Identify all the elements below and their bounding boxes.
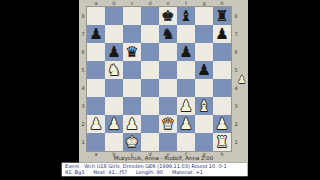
black-queen: ♛ [125,43,138,61]
square-g2[interactable] [195,115,213,133]
board-panel: abcdefgh 87654321 87654321 ♚♝♜♟♞♟♟♛♟♞♟♟♝… [79,0,248,176]
square-a1[interactable] [87,133,105,151]
square-a6[interactable] [87,43,105,61]
last-move-text: 41. Bg3 [65,170,84,176]
black-pawn: ♟ [197,61,210,79]
square-c7[interactable] [123,25,141,43]
chess-board[interactable]: ♚♝♜♟♞♟♟♛♟♞♟♟♝♟♟♟♛♟♟♚♜ [87,7,231,151]
square-a2[interactable]: ♟ [87,115,105,133]
square-e2[interactable]: ♛ [159,115,177,133]
rank-label-1: 1 [233,133,239,151]
square-g6[interactable] [195,43,213,61]
square-g5[interactable]: ♟ [195,61,213,79]
black-pawn: ♟ [215,25,228,43]
square-c2[interactable]: ♟ [123,115,141,133]
square-e5[interactable] [159,61,177,79]
square-a3[interactable] [87,97,105,115]
left-letterbox-bar [0,0,79,180]
square-c6[interactable]: ♛ [123,43,141,61]
white-pawn: ♟ [179,97,192,115]
white-queen: ♛ [161,115,174,133]
square-e3[interactable] [159,97,177,115]
file-label-f: f [177,0,195,6]
white-pawn: ♟ [215,115,228,133]
next-move-text: Next: 41...f5? [93,170,127,176]
square-d6[interactable] [141,43,159,61]
rank-label-8: 8 [233,7,239,25]
black-rook: ♜ [215,7,228,25]
black-knight: ♞ [161,25,174,43]
square-g3[interactable]: ♝ [195,97,213,115]
square-e6[interactable] [159,43,177,61]
square-g7[interactable] [195,25,213,43]
square-e4[interactable] [159,79,177,97]
file-labels-top: abcdefgh [87,0,231,6]
square-d3[interactable] [141,97,159,115]
video-frame: { "game": "chess", "position": { "fen": … [0,0,320,180]
rank-labels-left: 87654321 [80,7,86,151]
square-d8[interactable] [141,7,159,25]
square-a5[interactable] [87,61,105,79]
rank-label-6: 6 [80,43,86,61]
square-a4[interactable] [87,79,105,97]
white-rook: ♜ [215,133,228,151]
square-h3[interactable] [213,97,231,115]
square-h1[interactable]: ♜ [213,133,231,151]
square-g4[interactable] [195,79,213,97]
square-h5[interactable] [213,61,231,79]
file-label-d: d [141,0,159,6]
square-c8[interactable] [123,7,141,25]
square-g1[interactable] [195,133,213,151]
square-b5[interactable]: ♞ [105,61,123,79]
rank-label-7: 7 [80,25,86,43]
square-f8[interactable]: ♝ [177,7,195,25]
rank-label-3: 3 [233,97,239,115]
rank-label-5: 5 [80,61,86,79]
file-label-a: a [87,0,105,6]
game-length-text: Length: 90 [136,170,163,176]
rank-label-2: 2 [80,115,86,133]
square-f3[interactable]: ♟ [177,97,195,115]
square-e1[interactable] [159,133,177,151]
file-label-g: g [195,0,213,6]
white-pawn: ♟ [125,115,138,133]
rank-label-7: 7 [233,25,239,43]
square-b2[interactable]: ♟ [105,115,123,133]
square-d2[interactable] [141,115,159,133]
white-bishop: ♝ [197,97,210,115]
square-f6[interactable]: ♟ [177,43,195,61]
square-b6[interactable]: ♟ [105,43,123,61]
square-c3[interactable] [123,97,141,115]
rank-label-1: 1 [80,133,86,151]
black-bishop: ♝ [179,7,192,25]
square-b8[interactable] [105,7,123,25]
rank-label-6: 6 [233,43,239,61]
square-b7[interactable] [105,25,123,43]
square-c1[interactable]: ♚ [123,133,141,151]
square-f7[interactable] [177,25,195,43]
rank-label-3: 3 [80,97,86,115]
square-c4[interactable] [123,79,141,97]
rank-label-2: 2 [233,115,239,133]
white-pawn: ♟ [107,115,120,133]
file-label-e: e [159,0,177,6]
move-info-line: 41. Bg3 Next: 41...f5? Length: 90 Materi… [65,170,244,176]
white-pawn: ♟ [179,115,192,133]
black-king: ♚ [161,7,174,25]
square-d1[interactable] [141,133,159,151]
square-h2[interactable]: ♟ [213,115,231,133]
white-knight: ♞ [107,61,120,79]
square-d4[interactable] [141,79,159,97]
right-letterbox-bar [248,0,320,180]
square-e7[interactable]: ♞ [159,25,177,43]
file-label-h: h [213,0,231,6]
square-d5[interactable] [141,61,159,79]
material-text: Material: +1 [172,170,203,176]
square-h4[interactable] [213,79,231,97]
rank-label-8: 8 [80,7,86,25]
game-info-box: Event : Wch U18 Girls, Dresden GER (1999… [62,163,247,176]
material-advantage-pawn-icon: ♟ [236,73,248,87]
square-f2[interactable]: ♟ [177,115,195,133]
file-label-c: c [123,0,141,6]
square-a7[interactable]: ♟ [87,25,105,43]
square-a8[interactable] [87,7,105,25]
square-d7[interactable] [141,25,159,43]
square-f4[interactable] [177,79,195,97]
square-h6[interactable] [213,43,231,61]
black-pawn: ♟ [107,43,120,61]
white-pawn: ♟ [89,115,102,133]
black-pawn: ♟ [89,25,102,43]
square-h7[interactable]: ♟ [213,25,231,43]
file-label-b: b [105,0,123,6]
square-f1[interactable] [177,133,195,151]
square-b4[interactable] [105,79,123,97]
white-king: ♚ [125,133,138,151]
square-b1[interactable] [105,133,123,151]
players-caption: Muzychuk, Anna - Rudolf, Anna 2:00 [79,155,248,162]
square-g8[interactable] [195,7,213,25]
square-c5[interactable] [123,61,141,79]
square-b3[interactable] [105,97,123,115]
square-h8[interactable]: ♜ [213,7,231,25]
rank-label-4: 4 [80,79,86,97]
black-pawn: ♟ [179,43,192,61]
square-f5[interactable] [177,61,195,79]
square-e8[interactable]: ♚ [159,7,177,25]
